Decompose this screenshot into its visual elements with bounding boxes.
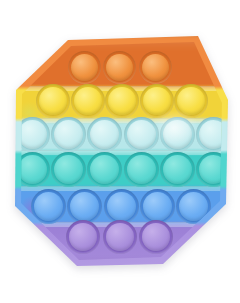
bubble-orange-1: [68, 51, 101, 84]
bubble-yellow-4: [140, 84, 174, 118]
bubble-dome: [90, 120, 119, 149]
bubble-purple-2: [103, 220, 137, 254]
photo-canvas: [0, 0, 240, 303]
bubble-yellow-1: [36, 84, 70, 118]
bubble-orange-2: [103, 51, 136, 84]
bubble-yellow-2: [71, 84, 105, 118]
bubble-dome: [142, 223, 170, 251]
bubble-teal-2: [51, 152, 86, 187]
bubble-dome: [163, 155, 192, 184]
bubble-dome: [163, 120, 192, 149]
bubble-dome: [143, 192, 172, 221]
bubble-dome: [69, 223, 97, 251]
bubble-dome: [177, 87, 205, 115]
bubble-purple-1: [66, 220, 100, 254]
bubble-dome: [127, 120, 156, 149]
bubble-cyan-2: [51, 117, 86, 152]
bubble-dome: [107, 192, 136, 221]
bubble-blue-3: [104, 189, 139, 224]
bubble-dome: [106, 223, 134, 251]
bubble-cyan-3: [87, 117, 122, 152]
bubble-orange-3: [139, 51, 172, 84]
bubble-dome: [70, 192, 99, 221]
bubble-dome: [54, 155, 83, 184]
pop-it-toy: [13, 34, 230, 268]
bubble-blue-4: [140, 189, 175, 224]
bubble-cyan-5: [160, 117, 195, 152]
bubble-dome: [18, 155, 47, 184]
bubble-dome: [179, 192, 208, 221]
row-divider-3: [13, 150, 230, 155]
bubble-teal-4: [124, 152, 159, 187]
bubble-dome: [90, 155, 119, 184]
bubble-dome: [108, 87, 136, 115]
bubble-dome: [74, 87, 102, 115]
bubble-cyan-4: [124, 117, 159, 152]
bubble-teal-5: [160, 152, 195, 187]
bubble-dome: [143, 87, 171, 115]
bubble-purple-3: [139, 220, 173, 254]
bubble-dome: [54, 120, 83, 149]
bubble-yellow-5: [174, 84, 208, 118]
bubble-dome: [142, 54, 169, 81]
bubble-yellow-3: [105, 84, 139, 118]
bubble-dome: [39, 87, 67, 115]
bubble-dome: [34, 192, 63, 221]
bubble-dome: [106, 54, 133, 81]
bubble-teal-3: [87, 152, 122, 187]
bubble-dome: [127, 155, 156, 184]
bubble-blue-2: [67, 189, 102, 224]
bubble-dome: [18, 120, 47, 149]
bubble-dome: [71, 54, 98, 81]
